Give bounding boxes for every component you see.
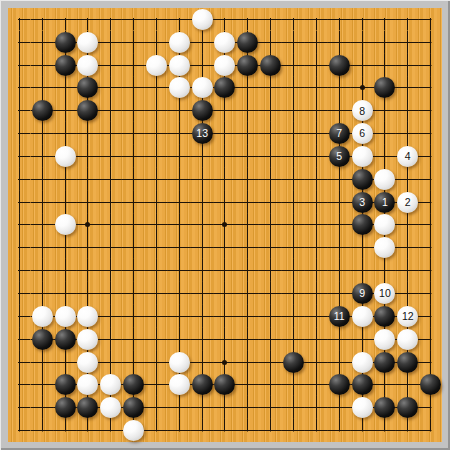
cell[interactable] xyxy=(122,373,145,396)
cell[interactable] xyxy=(396,168,419,191)
cell[interactable] xyxy=(77,122,100,145)
cell[interactable] xyxy=(396,259,419,282)
cell[interactable] xyxy=(77,8,100,31)
cell[interactable] xyxy=(31,396,54,419)
cell[interactable] xyxy=(145,305,168,328)
stone-white[interactable] xyxy=(374,214,395,235)
cell[interactable] xyxy=(122,419,145,442)
cell[interactable] xyxy=(122,191,145,214)
stone-black[interactable] xyxy=(374,77,395,98)
cell[interactable] xyxy=(54,214,77,237)
cell[interactable] xyxy=(122,54,145,77)
cell[interactable] xyxy=(259,54,282,77)
cell[interactable] xyxy=(328,31,351,54)
cell[interactable] xyxy=(99,99,122,122)
cell[interactable] xyxy=(31,31,54,54)
cell[interactable] xyxy=(8,214,31,237)
cell[interactable] xyxy=(99,373,122,396)
cell[interactable] xyxy=(259,168,282,191)
cell[interactable] xyxy=(396,396,419,419)
cell[interactable] xyxy=(351,31,374,54)
cell[interactable] xyxy=(145,419,168,442)
stone-black-move-5[interactable]: 5 xyxy=(329,146,350,167)
cell[interactable] xyxy=(259,396,282,419)
cell[interactable] xyxy=(419,77,442,100)
cell[interactable] xyxy=(145,31,168,54)
cell[interactable] xyxy=(214,77,237,100)
cell[interactable] xyxy=(373,31,396,54)
cell[interactable] xyxy=(419,54,442,77)
cell[interactable] xyxy=(8,191,31,214)
cell[interactable] xyxy=(122,8,145,31)
cell[interactable] xyxy=(305,236,328,259)
stone-white[interactable] xyxy=(169,352,190,373)
cell[interactable] xyxy=(419,145,442,168)
cell[interactable] xyxy=(8,259,31,282)
cell[interactable]: 9 xyxy=(351,282,374,305)
cell[interactable] xyxy=(122,396,145,419)
stone-black[interactable] xyxy=(374,352,395,373)
cell[interactable] xyxy=(282,351,305,374)
stone-black[interactable] xyxy=(192,100,213,121)
cell[interactable] xyxy=(305,214,328,237)
cell[interactable] xyxy=(259,351,282,374)
cell[interactable] xyxy=(122,168,145,191)
cell[interactable] xyxy=(191,351,214,374)
cell[interactable] xyxy=(259,282,282,305)
cell[interactable] xyxy=(31,305,54,328)
stone-black[interactable] xyxy=(420,374,441,395)
cell[interactable] xyxy=(122,305,145,328)
cell[interactable] xyxy=(145,328,168,351)
cell[interactable] xyxy=(145,396,168,419)
cell[interactable] xyxy=(145,8,168,31)
cell[interactable] xyxy=(305,77,328,100)
cell[interactable] xyxy=(145,236,168,259)
stone-white[interactable] xyxy=(55,306,76,327)
cell[interactable] xyxy=(99,396,122,419)
cell[interactable] xyxy=(191,8,214,31)
stone-black[interactable] xyxy=(123,374,144,395)
cell[interactable] xyxy=(168,419,191,442)
cell[interactable] xyxy=(328,351,351,374)
cell[interactable] xyxy=(373,8,396,31)
cell[interactable] xyxy=(419,282,442,305)
cell[interactable] xyxy=(396,31,419,54)
cell[interactable] xyxy=(259,259,282,282)
cell[interactable] xyxy=(8,396,31,419)
cell[interactable] xyxy=(77,54,100,77)
cell[interactable] xyxy=(77,396,100,419)
cell[interactable] xyxy=(236,214,259,237)
cell[interactable] xyxy=(259,191,282,214)
cell[interactable] xyxy=(31,168,54,191)
cell[interactable] xyxy=(214,236,237,259)
stone-white[interactable] xyxy=(352,397,373,418)
cell[interactable] xyxy=(236,54,259,77)
cell[interactable] xyxy=(31,8,54,31)
stone-black-move-13[interactable]: 13 xyxy=(192,123,213,144)
cell[interactable]: 10 xyxy=(373,282,396,305)
cell[interactable] xyxy=(282,396,305,419)
cell[interactable] xyxy=(8,373,31,396)
cell[interactable] xyxy=(351,305,374,328)
cell[interactable] xyxy=(77,305,100,328)
cell[interactable] xyxy=(305,259,328,282)
cell[interactable] xyxy=(31,282,54,305)
cell[interactable] xyxy=(191,328,214,351)
cell[interactable] xyxy=(31,236,54,259)
cell[interactable]: 13 xyxy=(191,122,214,145)
cell[interactable] xyxy=(373,145,396,168)
cell[interactable] xyxy=(77,351,100,374)
stone-black[interactable] xyxy=(32,100,53,121)
cell[interactable]: 7 xyxy=(328,122,351,145)
cell[interactable] xyxy=(145,282,168,305)
stone-black[interactable] xyxy=(397,397,418,418)
stone-white[interactable] xyxy=(77,32,98,53)
cell[interactable] xyxy=(419,373,442,396)
cell[interactable] xyxy=(373,77,396,100)
cell[interactable] xyxy=(191,99,214,122)
cell[interactable] xyxy=(54,282,77,305)
cell[interactable] xyxy=(236,122,259,145)
cell[interactable] xyxy=(214,122,237,145)
cell[interactable] xyxy=(373,305,396,328)
cell[interactable] xyxy=(214,305,237,328)
cell[interactable] xyxy=(419,259,442,282)
cell[interactable] xyxy=(54,54,77,77)
cell[interactable] xyxy=(373,373,396,396)
cell[interactable] xyxy=(145,191,168,214)
stone-white[interactable] xyxy=(192,9,213,30)
cell[interactable] xyxy=(122,77,145,100)
cell[interactable] xyxy=(191,77,214,100)
cell[interactable] xyxy=(328,282,351,305)
cell[interactable] xyxy=(282,191,305,214)
cell[interactable] xyxy=(396,282,419,305)
cell[interactable] xyxy=(259,99,282,122)
cell[interactable] xyxy=(373,396,396,419)
cell[interactable] xyxy=(373,214,396,237)
stone-black[interactable] xyxy=(283,352,304,373)
cell[interactable] xyxy=(8,54,31,77)
stone-white[interactable] xyxy=(352,352,373,373)
cell[interactable] xyxy=(305,373,328,396)
stone-white[interactable] xyxy=(192,77,213,98)
cell[interactable] xyxy=(31,77,54,100)
cell[interactable] xyxy=(282,236,305,259)
cell[interactable] xyxy=(8,145,31,168)
cell[interactable] xyxy=(8,31,31,54)
cell[interactable] xyxy=(77,168,100,191)
stone-white[interactable] xyxy=(169,55,190,76)
stone-black[interactable] xyxy=(55,32,76,53)
cell[interactable] xyxy=(99,8,122,31)
stone-white[interactable] xyxy=(77,55,98,76)
cell[interactable] xyxy=(351,77,374,100)
cell[interactable] xyxy=(351,236,374,259)
cell[interactable] xyxy=(214,419,237,442)
cell[interactable] xyxy=(99,419,122,442)
cell[interactable] xyxy=(54,8,77,31)
cell[interactable] xyxy=(419,236,442,259)
cell[interactable] xyxy=(54,236,77,259)
stone-black[interactable] xyxy=(77,100,98,121)
stone-black-move-1[interactable]: 1 xyxy=(374,192,395,213)
cell[interactable] xyxy=(191,236,214,259)
stone-white[interactable] xyxy=(397,329,418,350)
cell[interactable] xyxy=(214,373,237,396)
cell[interactable] xyxy=(328,373,351,396)
cell[interactable] xyxy=(396,122,419,145)
cell[interactable]: 8 xyxy=(351,99,374,122)
cell[interactable] xyxy=(373,168,396,191)
cell[interactable] xyxy=(168,305,191,328)
stone-black[interactable] xyxy=(260,55,281,76)
cell[interactable] xyxy=(305,191,328,214)
cell[interactable] xyxy=(122,214,145,237)
cell[interactable] xyxy=(236,305,259,328)
cell[interactable] xyxy=(396,8,419,31)
cell[interactable] xyxy=(328,99,351,122)
stone-white[interactable] xyxy=(214,55,235,76)
stone-white[interactable] xyxy=(123,420,144,441)
cell[interactable] xyxy=(191,396,214,419)
cell[interactable] xyxy=(305,54,328,77)
cell[interactable] xyxy=(282,77,305,100)
cell[interactable] xyxy=(282,99,305,122)
cell[interactable] xyxy=(191,419,214,442)
cell[interactable] xyxy=(191,282,214,305)
cell[interactable] xyxy=(419,99,442,122)
stone-white-move-12[interactable]: 12 xyxy=(397,306,418,327)
stone-white[interactable] xyxy=(374,329,395,350)
cell[interactable] xyxy=(328,54,351,77)
cell[interactable] xyxy=(31,214,54,237)
stone-white-move-4[interactable]: 4 xyxy=(397,146,418,167)
cell[interactable] xyxy=(145,122,168,145)
cell[interactable] xyxy=(191,191,214,214)
cell[interactable] xyxy=(31,351,54,374)
stone-white[interactable] xyxy=(169,32,190,53)
stone-black-move-9[interactable]: 9 xyxy=(352,283,373,304)
cell[interactable] xyxy=(168,373,191,396)
cell[interactable] xyxy=(99,77,122,100)
stone-white[interactable] xyxy=(374,169,395,190)
cell[interactable] xyxy=(168,8,191,31)
cell[interactable] xyxy=(282,145,305,168)
cell[interactable] xyxy=(191,305,214,328)
cell[interactable] xyxy=(214,54,237,77)
cell[interactable] xyxy=(419,419,442,442)
cell[interactable] xyxy=(214,145,237,168)
cell[interactable] xyxy=(54,168,77,191)
stone-white[interactable] xyxy=(77,374,98,395)
cell[interactable] xyxy=(77,145,100,168)
stone-white-move-2[interactable]: 2 xyxy=(397,192,418,213)
cell[interactable] xyxy=(122,31,145,54)
cell[interactable] xyxy=(8,122,31,145)
cell[interactable] xyxy=(396,214,419,237)
cell[interactable] xyxy=(145,373,168,396)
cell[interactable] xyxy=(259,305,282,328)
cell[interactable] xyxy=(351,8,374,31)
cell[interactable] xyxy=(396,236,419,259)
cell[interactable] xyxy=(305,31,328,54)
stone-white[interactable] xyxy=(77,306,98,327)
cell[interactable] xyxy=(77,373,100,396)
stone-black[interactable] xyxy=(214,374,235,395)
cell[interactable] xyxy=(214,259,237,282)
cell[interactable] xyxy=(282,282,305,305)
cell[interactable] xyxy=(259,8,282,31)
cell[interactable] xyxy=(305,351,328,374)
cell[interactable] xyxy=(282,373,305,396)
cell[interactable] xyxy=(77,236,100,259)
cell[interactable] xyxy=(396,54,419,77)
cell[interactable] xyxy=(31,145,54,168)
stone-white[interactable] xyxy=(77,329,98,350)
cell[interactable] xyxy=(305,328,328,351)
cell[interactable] xyxy=(77,191,100,214)
stone-black[interactable] xyxy=(214,77,235,98)
cell[interactable] xyxy=(328,214,351,237)
cell[interactable] xyxy=(168,145,191,168)
cell[interactable] xyxy=(305,145,328,168)
stone-white[interactable] xyxy=(55,214,76,235)
cell[interactable] xyxy=(236,282,259,305)
cell[interactable] xyxy=(305,419,328,442)
stone-black[interactable] xyxy=(77,397,98,418)
cell[interactable] xyxy=(419,351,442,374)
cell[interactable] xyxy=(259,145,282,168)
cell[interactable] xyxy=(282,54,305,77)
cell[interactable] xyxy=(31,328,54,351)
cell[interactable] xyxy=(351,328,374,351)
cell[interactable] xyxy=(396,419,419,442)
cell[interactable] xyxy=(328,419,351,442)
cell[interactable] xyxy=(31,419,54,442)
cell[interactable] xyxy=(168,236,191,259)
cell[interactable] xyxy=(419,168,442,191)
stone-white-move-10[interactable]: 10 xyxy=(374,283,395,304)
cell[interactable] xyxy=(373,419,396,442)
cell[interactable] xyxy=(77,31,100,54)
stone-black-move-3[interactable]: 3 xyxy=(352,192,373,213)
cell[interactable] xyxy=(99,168,122,191)
cell[interactable] xyxy=(419,191,442,214)
stone-white[interactable] xyxy=(214,32,235,53)
cell[interactable] xyxy=(236,99,259,122)
cell[interactable] xyxy=(282,259,305,282)
cell[interactable] xyxy=(54,31,77,54)
stone-black[interactable] xyxy=(55,55,76,76)
cell[interactable] xyxy=(122,99,145,122)
cell[interactable] xyxy=(54,77,77,100)
stone-black[interactable] xyxy=(55,329,76,350)
cell[interactable] xyxy=(351,145,374,168)
stone-white[interactable] xyxy=(100,374,121,395)
cell[interactable] xyxy=(191,168,214,191)
cell[interactable] xyxy=(282,419,305,442)
cell[interactable] xyxy=(31,54,54,77)
cell[interactable] xyxy=(191,259,214,282)
cell[interactable]: 3 xyxy=(351,191,374,214)
cell[interactable] xyxy=(168,31,191,54)
cell[interactable] xyxy=(99,214,122,237)
cell[interactable] xyxy=(214,31,237,54)
cell[interactable] xyxy=(77,282,100,305)
cell[interactable] xyxy=(31,373,54,396)
cell[interactable] xyxy=(419,396,442,419)
cell[interactable] xyxy=(99,305,122,328)
cell[interactable] xyxy=(236,145,259,168)
cell[interactable] xyxy=(99,122,122,145)
cell[interactable] xyxy=(122,351,145,374)
cell[interactable] xyxy=(168,99,191,122)
cell[interactable] xyxy=(214,282,237,305)
cell[interactable] xyxy=(145,145,168,168)
cell[interactable] xyxy=(168,77,191,100)
cell[interactable] xyxy=(54,99,77,122)
cell[interactable] xyxy=(396,77,419,100)
cell[interactable] xyxy=(99,328,122,351)
cell[interactable] xyxy=(54,145,77,168)
cell[interactable] xyxy=(191,31,214,54)
cell[interactable] xyxy=(31,191,54,214)
cell[interactable]: 6 xyxy=(351,122,374,145)
cell[interactable] xyxy=(77,214,100,237)
cell[interactable] xyxy=(373,259,396,282)
cell[interactable] xyxy=(351,351,374,374)
cell[interactable] xyxy=(305,305,328,328)
cell[interactable] xyxy=(191,373,214,396)
cell[interactable] xyxy=(31,259,54,282)
cell[interactable] xyxy=(214,168,237,191)
cell[interactable] xyxy=(236,168,259,191)
stone-black[interactable] xyxy=(55,397,76,418)
cell[interactable] xyxy=(396,351,419,374)
stone-black[interactable] xyxy=(237,55,258,76)
stone-black[interactable] xyxy=(374,397,395,418)
cell[interactable] xyxy=(328,396,351,419)
cell[interactable] xyxy=(214,396,237,419)
cell[interactable] xyxy=(259,31,282,54)
cell[interactable] xyxy=(236,419,259,442)
cell[interactable] xyxy=(8,77,31,100)
cell[interactable] xyxy=(351,214,374,237)
cell[interactable]: 5 xyxy=(328,145,351,168)
cell[interactable] xyxy=(168,122,191,145)
cell[interactable] xyxy=(419,305,442,328)
stone-black[interactable] xyxy=(329,374,350,395)
cell[interactable] xyxy=(282,305,305,328)
cell[interactable] xyxy=(99,351,122,374)
cell[interactable] xyxy=(259,214,282,237)
cell[interactable] xyxy=(396,99,419,122)
cell[interactable] xyxy=(99,282,122,305)
cell[interactable] xyxy=(236,351,259,374)
cell[interactable] xyxy=(419,8,442,31)
cell[interactable] xyxy=(77,419,100,442)
stone-white-move-8[interactable]: 8 xyxy=(352,100,373,121)
cell[interactable] xyxy=(122,236,145,259)
cell[interactable] xyxy=(145,259,168,282)
stone-black[interactable] xyxy=(397,352,418,373)
cell[interactable] xyxy=(419,214,442,237)
stone-white[interactable] xyxy=(169,374,190,395)
